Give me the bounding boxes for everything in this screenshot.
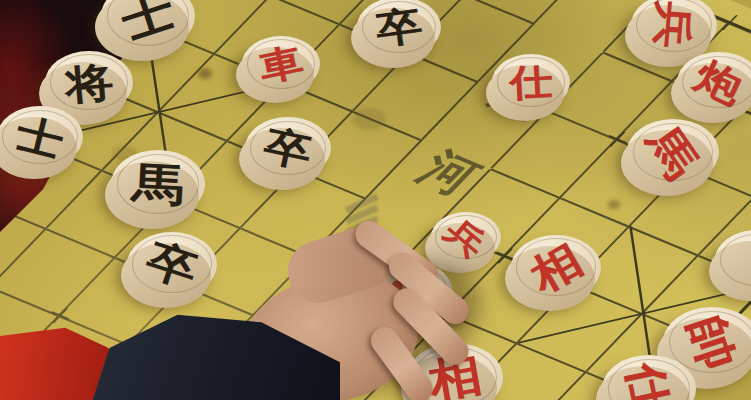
piece-black-general[interactable]: 将 [45, 51, 133, 114]
photo-stage: 界漢河楚 士将士馬卒卒卒車兵仕炮馬兵相相帥仕 [0, 0, 751, 400]
piece-character: 仕 [491, 56, 571, 108]
piece-red-cannon[interactable]: 炮 [677, 52, 751, 112]
piece-black-soldier-1[interactable]: 卒 [357, 0, 441, 57]
piece-black-soldier-2[interactable]: 卒 [245, 117, 331, 179]
piece-black-advisor-left[interactable]: 士 [0, 106, 83, 168]
piece-black-horse[interactable]: 馬 [111, 150, 205, 218]
piece-red-horse[interactable]: 馬 [627, 119, 719, 185]
piece-black-advisor-top[interactable]: 士 [101, 0, 195, 50]
piece-red-advisor-1[interactable]: 仕 [492, 54, 570, 110]
piece-character: 馬 [110, 153, 207, 216]
piece-black-soldier-3[interactable]: 卒 [127, 232, 217, 297]
piece-character: 将 [43, 51, 135, 112]
piece-red-chariot[interactable]: 車 [242, 36, 320, 92]
piece-red-elephant-1[interactable]: 相 [511, 235, 601, 300]
piece-character: 卒 [354, 0, 444, 58]
